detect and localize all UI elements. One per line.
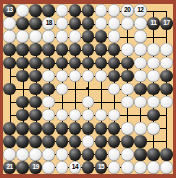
grid-line-vertical <box>166 135 167 148</box>
intersection[interactable] <box>81 56 94 69</box>
white-stone <box>134 57 147 70</box>
intersection[interactable]: 12 <box>134 4 147 17</box>
intersection[interactable] <box>95 17 108 30</box>
black-stone: 19 <box>29 161 42 174</box>
move-number: 14 <box>72 164 78 171</box>
black-stone <box>108 135 121 148</box>
intersection[interactable] <box>3 30 16 43</box>
black-stone <box>16 161 29 174</box>
intersection[interactable] <box>29 122 42 135</box>
black-stone <box>3 43 16 56</box>
black-stone <box>29 109 42 122</box>
white-stone <box>3 17 16 30</box>
intersection[interactable] <box>147 43 160 56</box>
grid-line-vertical <box>10 109 11 122</box>
black-stone <box>29 17 42 30</box>
white-stone: 14 <box>69 161 82 174</box>
intersection[interactable] <box>29 30 42 43</box>
intersection[interactable] <box>42 148 55 161</box>
white-stone <box>56 4 69 17</box>
intersection[interactable] <box>42 161 55 174</box>
intersection[interactable] <box>68 4 81 17</box>
white-stone <box>3 30 16 43</box>
white-stone: 20 <box>121 4 134 17</box>
black-stone <box>56 135 69 148</box>
intersection[interactable] <box>121 161 134 174</box>
intersection[interactable] <box>134 122 147 135</box>
intersection[interactable] <box>55 69 68 82</box>
intersection[interactable] <box>55 148 68 161</box>
grid-line-vertical <box>127 109 128 122</box>
intersection[interactable] <box>134 148 147 161</box>
black-stone <box>160 83 173 96</box>
intersection[interactable] <box>81 135 94 148</box>
go-board-frame: 13201218111721191415 <box>0 0 176 178</box>
intersection[interactable] <box>55 56 68 69</box>
intersection[interactable] <box>134 30 147 43</box>
intersection[interactable] <box>16 69 29 82</box>
white-stone <box>147 161 160 174</box>
white-stone <box>134 122 147 135</box>
intersection[interactable] <box>42 109 55 122</box>
intersection[interactable] <box>16 96 29 109</box>
intersection[interactable] <box>108 122 121 135</box>
intersection[interactable] <box>95 43 108 56</box>
intersection[interactable] <box>134 161 147 174</box>
intersection[interactable] <box>121 96 134 109</box>
intersection[interactable] <box>29 148 42 161</box>
white-stone <box>121 148 134 161</box>
intersection[interactable] <box>55 96 68 109</box>
white-stone <box>42 96 55 109</box>
intersection[interactable] <box>108 69 121 82</box>
intersection[interactable] <box>16 109 29 122</box>
black-stone <box>95 30 108 43</box>
intersection[interactable] <box>16 82 29 95</box>
intersection[interactable] <box>147 56 160 69</box>
grid-line-vertical <box>114 96 115 109</box>
intersection[interactable] <box>29 56 42 69</box>
black-stone <box>29 43 42 56</box>
black-stone <box>121 57 134 70</box>
intersection[interactable] <box>108 96 121 109</box>
white-stone <box>108 17 121 30</box>
intersection[interactable] <box>95 135 108 148</box>
intersection[interactable] <box>3 122 16 135</box>
black-stone <box>16 57 29 70</box>
grid-line-vertical <box>62 96 63 109</box>
intersection[interactable] <box>147 69 160 82</box>
black-stone <box>95 148 108 161</box>
grid-line-vertical <box>153 30 154 43</box>
intersection[interactable] <box>16 43 29 56</box>
intersection[interactable]: 20 <box>121 4 134 17</box>
intersection[interactable] <box>95 82 108 95</box>
grid-line-vertical <box>127 30 128 43</box>
intersection[interactable] <box>42 82 55 95</box>
black-stone <box>16 109 29 122</box>
black-stone <box>69 17 82 30</box>
intersection[interactable] <box>16 56 29 69</box>
white-stone <box>121 17 134 30</box>
intersection[interactable] <box>108 4 121 17</box>
intersection[interactable] <box>147 109 160 122</box>
black-stone <box>16 43 29 56</box>
intersection[interactable] <box>3 17 16 30</box>
black-stone <box>134 148 147 161</box>
intersection[interactable] <box>16 4 29 17</box>
intersection[interactable] <box>108 30 121 43</box>
black-stone <box>121 135 134 148</box>
intersection[interactable] <box>95 56 108 69</box>
black-stone <box>121 70 134 83</box>
intersection[interactable] <box>81 109 94 122</box>
black-stone: 17 <box>160 17 173 30</box>
intersection[interactable] <box>160 96 173 109</box>
black-stone <box>82 4 95 17</box>
intersection[interactable] <box>42 135 55 148</box>
intersection[interactable] <box>95 122 108 135</box>
intersection[interactable] <box>55 161 68 174</box>
intersection[interactable] <box>81 82 94 95</box>
intersection[interactable] <box>68 43 81 56</box>
intersection[interactable] <box>134 135 147 148</box>
grid-line-vertical <box>23 82 24 95</box>
intersection[interactable] <box>3 56 16 69</box>
intersection[interactable] <box>108 135 121 148</box>
intersection[interactable] <box>81 96 94 109</box>
intersection[interactable] <box>68 30 81 43</box>
black-stone <box>29 4 42 17</box>
intersection[interactable] <box>68 17 81 30</box>
intersection[interactable] <box>147 82 160 95</box>
black-stone <box>108 122 121 135</box>
intersection[interactable] <box>147 122 160 135</box>
white-stone <box>95 4 108 17</box>
grid-line-vertical <box>166 30 167 43</box>
white-stone <box>82 96 95 109</box>
intersection[interactable] <box>121 148 134 161</box>
intersection[interactable] <box>42 4 55 17</box>
intersection[interactable] <box>29 4 42 17</box>
white-stone <box>56 17 69 30</box>
black-stone <box>29 96 42 109</box>
intersection[interactable] <box>147 135 160 148</box>
move-number: 19 <box>33 164 39 171</box>
black-stone <box>16 70 29 83</box>
white-stone <box>108 4 121 17</box>
intersection[interactable] <box>160 135 173 148</box>
intersection[interactable] <box>121 30 134 43</box>
black-stone <box>3 122 16 135</box>
black-stone <box>108 43 121 56</box>
white-stone <box>108 30 121 43</box>
white-stone <box>134 70 147 83</box>
intersection[interactable] <box>81 148 94 161</box>
black-stone <box>56 122 69 135</box>
intersection[interactable] <box>121 69 134 82</box>
intersection[interactable] <box>160 4 173 17</box>
intersection[interactable] <box>16 135 29 148</box>
black-stone <box>3 83 16 96</box>
white-stone <box>134 17 147 30</box>
intersection[interactable] <box>121 56 134 69</box>
intersection[interactable] <box>55 109 68 122</box>
white-stone <box>134 43 147 56</box>
intersection[interactable] <box>55 122 68 135</box>
intersection[interactable] <box>16 161 29 174</box>
intersection[interactable] <box>55 30 68 43</box>
move-number: 13 <box>6 7 12 14</box>
black-stone <box>29 135 42 148</box>
intersection[interactable] <box>95 69 108 82</box>
intersection[interactable] <box>160 148 173 161</box>
white-stone <box>16 148 29 161</box>
intersection[interactable] <box>160 109 173 122</box>
intersection[interactable] <box>55 82 68 95</box>
intersection[interactable] <box>29 17 42 30</box>
white-stone: 12 <box>134 4 147 17</box>
intersection[interactable] <box>16 30 29 43</box>
intersection[interactable]: 14 <box>68 161 81 174</box>
intersection[interactable] <box>147 4 160 17</box>
move-number: 17 <box>163 20 169 27</box>
grid-line-vertical <box>101 82 102 95</box>
intersection[interactable] <box>68 82 81 95</box>
black-stone <box>160 148 173 161</box>
white-stone <box>69 70 82 83</box>
white-stone <box>134 96 147 109</box>
black-stone <box>82 57 95 70</box>
intersection[interactable] <box>3 69 16 82</box>
intersection[interactable] <box>121 109 134 122</box>
intersection[interactable]: 19 <box>29 161 42 174</box>
intersection[interactable] <box>68 109 81 122</box>
white-stone <box>160 43 173 56</box>
intersection[interactable] <box>147 161 160 174</box>
intersection[interactable] <box>108 148 121 161</box>
black-stone <box>3 57 16 70</box>
intersection[interactable] <box>42 69 55 82</box>
intersection[interactable] <box>160 82 173 95</box>
intersection[interactable] <box>160 69 173 82</box>
intersection[interactable]: 11 <box>147 17 160 30</box>
intersection[interactable] <box>95 30 108 43</box>
intersection[interactable] <box>3 43 16 56</box>
intersection[interactable] <box>134 69 147 82</box>
intersection[interactable] <box>29 69 42 82</box>
intersection[interactable] <box>147 148 160 161</box>
black-stone <box>95 57 108 70</box>
intersection[interactable] <box>160 161 173 174</box>
white-stone <box>42 109 55 122</box>
intersection[interactable] <box>95 109 108 122</box>
black-stone <box>69 148 82 161</box>
white-stone <box>147 43 160 56</box>
black-stone <box>69 57 82 70</box>
white-stone <box>160 57 173 70</box>
grid-line-vertical <box>75 96 76 109</box>
intersection[interactable] <box>134 109 147 122</box>
intersection[interactable] <box>16 17 29 30</box>
intersection[interactable] <box>81 43 94 56</box>
black-stone <box>82 43 95 56</box>
intersection[interactable] <box>81 30 94 43</box>
black-stone <box>42 57 55 70</box>
move-number: 12 <box>137 7 143 14</box>
black-stone <box>56 57 69 70</box>
intersection[interactable]: 17 <box>160 17 173 30</box>
white-stone <box>121 83 134 96</box>
intersection[interactable]: 18 <box>42 17 55 30</box>
intersection[interactable] <box>134 96 147 109</box>
intersection[interactable] <box>29 109 42 122</box>
white-stone <box>121 43 134 56</box>
intersection[interactable] <box>16 122 29 135</box>
white-stone <box>69 109 82 122</box>
white-stone <box>16 4 29 17</box>
intersection[interactable] <box>108 17 121 30</box>
intersection[interactable] <box>3 135 16 148</box>
black-stone <box>16 122 29 135</box>
grid-line-vertical <box>75 82 76 95</box>
intersection[interactable] <box>108 43 121 56</box>
intersection[interactable] <box>42 122 55 135</box>
move-number: 20 <box>124 7 130 14</box>
intersection[interactable] <box>95 148 108 161</box>
intersection[interactable] <box>81 17 94 30</box>
white-stone <box>56 83 69 96</box>
intersection[interactable] <box>95 4 108 17</box>
white-stone <box>121 96 134 109</box>
black-stone <box>16 17 29 30</box>
intersection[interactable]: 13 <box>3 4 16 17</box>
black-stone <box>3 135 16 148</box>
intersection[interactable] <box>29 43 42 56</box>
black-stone: 13 <box>3 4 16 17</box>
intersection[interactable] <box>108 161 121 174</box>
white-stone <box>108 148 121 161</box>
white-stone <box>29 148 42 161</box>
black-stone <box>147 83 160 96</box>
intersection[interactable] <box>121 135 134 148</box>
black-stone <box>95 43 108 56</box>
black-stone <box>16 96 29 109</box>
white-stone <box>121 122 134 135</box>
intersection[interactable] <box>42 30 55 43</box>
intersection[interactable] <box>3 148 16 161</box>
intersection[interactable] <box>160 122 173 135</box>
intersection[interactable] <box>16 148 29 161</box>
intersection[interactable] <box>134 82 147 95</box>
white-stone <box>56 70 69 83</box>
intersection[interactable] <box>42 96 55 109</box>
white-stone <box>108 83 121 96</box>
intersection[interactable] <box>42 43 55 56</box>
intersection[interactable] <box>134 43 147 56</box>
intersection[interactable] <box>147 96 160 109</box>
intersection[interactable] <box>160 30 173 43</box>
grid-line-vertical <box>10 69 11 82</box>
intersection[interactable] <box>68 148 81 161</box>
intersection[interactable] <box>134 56 147 69</box>
black-stone: 21 <box>3 161 16 174</box>
intersection[interactable] <box>121 43 134 56</box>
white-stone <box>29 30 42 43</box>
intersection[interactable] <box>42 56 55 69</box>
black-stone <box>95 122 108 135</box>
intersection[interactable]: 21 <box>3 161 16 174</box>
white-stone <box>160 161 173 174</box>
intersection[interactable] <box>29 96 42 109</box>
intersection[interactable] <box>68 69 81 82</box>
intersection[interactable] <box>68 56 81 69</box>
move-number: 21 <box>6 164 12 171</box>
white-stone <box>147 122 160 135</box>
intersection[interactable] <box>29 82 42 95</box>
intersection[interactable] <box>81 69 94 82</box>
intersection[interactable] <box>81 161 94 174</box>
grid-line-vertical <box>166 109 167 122</box>
intersection[interactable] <box>108 56 121 69</box>
intersection[interactable] <box>108 109 121 122</box>
intersection[interactable] <box>29 135 42 148</box>
intersection[interactable] <box>68 96 81 109</box>
intersection[interactable] <box>55 135 68 148</box>
intersection[interactable] <box>121 82 134 95</box>
black-stone <box>16 135 29 148</box>
intersection[interactable] <box>68 135 81 148</box>
black-stone <box>160 70 173 83</box>
intersection[interactable] <box>147 30 160 43</box>
black-stone <box>42 4 55 17</box>
black-stone: 15 <box>95 161 108 174</box>
intersection[interactable] <box>55 43 68 56</box>
white-stone <box>134 161 147 174</box>
white-stone <box>56 148 69 161</box>
intersection[interactable] <box>121 122 134 135</box>
white-stone: 18 <box>42 17 55 30</box>
intersection[interactable]: 15 <box>95 161 108 174</box>
intersection[interactable] <box>55 4 68 17</box>
intersection[interactable] <box>160 56 173 69</box>
intersection[interactable] <box>108 82 121 95</box>
intersection[interactable] <box>3 82 16 95</box>
black-stone <box>29 83 42 96</box>
intersection[interactable] <box>134 17 147 30</box>
white-stone <box>82 109 95 122</box>
intersection[interactable] <box>55 17 68 30</box>
intersection[interactable] <box>3 109 16 122</box>
grid-line-vertical <box>140 109 141 122</box>
intersection[interactable] <box>3 96 16 109</box>
intersection[interactable] <box>160 43 173 56</box>
black-stone <box>108 70 121 83</box>
intersection[interactable] <box>95 96 108 109</box>
intersection[interactable] <box>81 4 94 17</box>
black-stone <box>56 43 69 56</box>
black-stone <box>29 57 42 70</box>
white-stone <box>42 30 55 43</box>
white-stone <box>95 70 108 83</box>
white-stone <box>147 70 160 83</box>
intersection[interactable] <box>121 17 134 30</box>
white-stone <box>95 17 108 30</box>
black-stone <box>69 43 82 56</box>
intersection[interactable] <box>81 122 94 135</box>
intersection[interactable] <box>68 122 81 135</box>
black-stone <box>95 135 108 148</box>
